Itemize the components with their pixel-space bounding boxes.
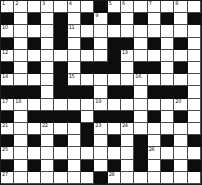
cell-r11-c9[interactable]: [108, 123, 121, 135]
clue-number-9: 9: [95, 13, 98, 18]
cell-r7-c4[interactable]: [41, 74, 54, 86]
cell-r1-c7[interactable]: [81, 1, 94, 13]
cell-r6-c2[interactable]: [14, 62, 27, 74]
cell-r3-c6[interactable]: 11: [68, 25, 81, 37]
cell-r4-c6[interactable]: [68, 38, 81, 50]
cell-r2-c2[interactable]: [14, 13, 27, 25]
cell-r13-c3[interactable]: [28, 147, 41, 159]
block-r10-c9: [108, 111, 121, 123]
block-r8-c3: [28, 86, 41, 98]
clue-number-23: 23: [95, 123, 101, 128]
cell-r9-c7[interactable]: [81, 99, 94, 111]
cell-r3-c2[interactable]: [14, 25, 27, 37]
cell-r15-c6[interactable]: [68, 172, 81, 184]
cell-r5-c4[interactable]: [41, 50, 54, 62]
cell-r3-c12[interactable]: [148, 25, 161, 37]
block-r5-c9: [108, 50, 121, 62]
cell-r7-c13[interactable]: [161, 74, 174, 86]
cell-r13-c7[interactable]: [81, 147, 94, 159]
cell-r11-c11[interactable]: [134, 123, 147, 135]
clue-number-8: 8: [175, 1, 178, 6]
cell-r12-c2[interactable]: [14, 135, 27, 147]
cell-r5-c5[interactable]: [54, 50, 67, 62]
block-r8-c7: [81, 86, 94, 98]
cell-r15-c9[interactable]: 28: [108, 172, 121, 184]
clue-number-5: 5: [109, 1, 112, 6]
block-r2-c11: [134, 13, 147, 25]
cell-r13-c15[interactable]: [188, 147, 201, 159]
cell-r4-c15[interactable]: [188, 38, 201, 50]
block-r4-c7: [81, 38, 94, 50]
clue-number-26: 26: [149, 147, 155, 152]
cell-r1-c1[interactable]: 1: [1, 1, 14, 13]
cell-r7-c7[interactable]: [81, 74, 94, 86]
block-r8-c12: [148, 86, 161, 98]
block-r12-c7: [81, 135, 94, 147]
clue-number-11: 11: [69, 25, 75, 30]
block-r10-c12: [148, 111, 161, 123]
block-r8-c10: [121, 86, 134, 98]
cell-r12-c6[interactable]: [68, 135, 81, 147]
cell-r13-c13[interactable]: [161, 147, 174, 159]
cell-r8-c11[interactable]: [134, 86, 147, 98]
cell-r5-c11[interactable]: [134, 50, 147, 62]
block-r10-c14: [174, 111, 187, 123]
block-r6-c5: [54, 62, 67, 74]
cell-r1-c14[interactable]: 8: [174, 1, 187, 13]
cell-r15-c7[interactable]: [81, 172, 94, 184]
cell-r1-c13[interactable]: [161, 1, 174, 13]
crossword-puzzle: 1234567891011121314151617181920212223242…: [0, 0, 202, 185]
cell-r8-c4[interactable]: [41, 86, 54, 98]
cell-r5-c12[interactable]: [148, 50, 161, 62]
cell-r13-c8[interactable]: [94, 147, 107, 159]
cell-r5-c15[interactable]: [188, 50, 201, 62]
cell-r3-c13[interactable]: [161, 25, 174, 37]
cell-r11-c12[interactable]: [148, 123, 161, 135]
block-r4-c10: [121, 38, 134, 50]
cell-r5-c14[interactable]: [174, 50, 187, 62]
cell-r14-c12[interactable]: [148, 160, 161, 172]
block-r11-c7: [81, 123, 94, 135]
block-r2-c13: [161, 13, 174, 25]
block-r12-c3: [28, 135, 41, 147]
block-r8-c5: [54, 86, 67, 98]
clue-number-2: 2: [15, 1, 18, 6]
cell-r2-c10[interactable]: [121, 13, 134, 25]
block-r6-c8: [94, 62, 107, 74]
block-r15-c8: [94, 172, 107, 184]
block-r8-c14: [174, 86, 187, 98]
block-r2-c7: [81, 13, 94, 25]
cell-r15-c5[interactable]: [54, 172, 67, 184]
cell-r11-c15[interactable]: [188, 123, 201, 135]
cell-r9-c9[interactable]: [108, 99, 121, 111]
cell-r11-c2[interactable]: [14, 123, 27, 135]
cell-r8-c8[interactable]: [94, 86, 107, 98]
cell-r2-c4[interactable]: [41, 13, 54, 25]
block-r2-c15: [188, 13, 201, 25]
cell-r6-c13[interactable]: [161, 62, 174, 74]
cell-r11-c8[interactable]: 23: [94, 123, 107, 135]
clue-number-16: 16: [135, 74, 141, 79]
cell-r9-c1[interactable]: 17: [1, 99, 14, 111]
cell-r3-c3[interactable]: [28, 25, 41, 37]
clue-number-24: 24: [122, 123, 128, 128]
cell-r14-c14[interactable]: [174, 160, 187, 172]
block-r8-c2: [14, 86, 27, 98]
cell-r1-c2[interactable]: 2: [14, 1, 27, 13]
block-r2-c5: [54, 13, 67, 25]
cell-r9-c12[interactable]: [148, 99, 161, 111]
cell-r3-c11[interactable]: [134, 25, 147, 37]
cell-r14-c8[interactable]: [94, 160, 107, 172]
cell-r11-c4[interactable]: 22: [41, 123, 54, 135]
clue-number-13: 13: [122, 50, 128, 55]
cell-r14-c6[interactable]: [68, 160, 81, 172]
cell-r2-c14[interactable]: [174, 13, 187, 25]
cell-r3-c1[interactable]: 10: [1, 25, 14, 37]
cell-r15-c1[interactable]: 27: [1, 172, 14, 184]
cell-r7-c15[interactable]: [188, 74, 201, 86]
cell-r7-c12[interactable]: [148, 74, 161, 86]
cell-r13-c1[interactable]: 25: [1, 147, 14, 159]
block-r6-c12: [148, 62, 161, 74]
cell-r1-c11[interactable]: [134, 1, 147, 13]
block-r13-c11: [134, 147, 147, 159]
cell-r2-c12[interactable]: [148, 13, 161, 25]
cell-r1-c15[interactable]: [188, 1, 201, 13]
cell-r6-c10[interactable]: [121, 62, 134, 74]
cell-r5-c10[interactable]: 13: [121, 50, 134, 62]
crossword-grid: 1234567891011121314151617181920212223242…: [0, 0, 202, 185]
clue-number-20: 20: [175, 99, 181, 104]
cell-r11-c5[interactable]: [54, 123, 67, 135]
clue-number-17: 17: [2, 99, 8, 104]
block-r4-c5: [54, 38, 67, 50]
cell-r12-c8[interactable]: [94, 135, 107, 147]
cell-r10-c13[interactable]: [161, 111, 174, 123]
cell-r9-c4[interactable]: [41, 99, 54, 111]
cell-r2-c8[interactable]: 9: [94, 13, 107, 25]
block-r10-c6: [68, 111, 81, 123]
block-r14-c11: [134, 160, 147, 172]
clue-number-25: 25: [2, 147, 8, 152]
cell-r11-c6[interactable]: [68, 123, 81, 135]
block-r14-c3: [28, 160, 41, 172]
cell-r14-c2[interactable]: [14, 160, 27, 172]
block-r14-c5: [54, 160, 67, 172]
block-r12-c11: [134, 135, 147, 147]
clue-number-27: 27: [2, 172, 8, 177]
cell-r6-c4[interactable]: [41, 62, 54, 74]
block-r10-c3: [28, 111, 41, 123]
cell-r13-c10[interactable]: [121, 147, 134, 159]
cell-r5-c2[interactable]: [14, 50, 27, 62]
cell-r1-c3[interactable]: [28, 1, 41, 13]
cell-r15-c4[interactable]: [41, 172, 54, 184]
cell-r9-c6[interactable]: [68, 99, 81, 111]
cell-r10-c15[interactable]: [188, 111, 201, 123]
cell-r11-c1[interactable]: 21: [1, 123, 14, 135]
clue-number-19: 19: [95, 99, 101, 104]
cell-r7-c14[interactable]: [174, 74, 187, 86]
block-r14-c7: [81, 160, 94, 172]
block-r4-c14: [174, 38, 187, 50]
cell-r15-c10[interactable]: [121, 172, 134, 184]
cell-r1-c6[interactable]: 4: [68, 1, 81, 13]
clue-number-3: 3: [42, 1, 45, 6]
cell-r1-c5[interactable]: [54, 1, 67, 13]
cell-r12-c10[interactable]: [121, 135, 134, 147]
block-r4-c3: [28, 38, 41, 50]
cell-r10-c2[interactable]: [14, 111, 27, 123]
cell-r9-c2[interactable]: 18: [14, 99, 27, 111]
cell-r5-c13[interactable]: [161, 50, 174, 62]
cell-r3-c15[interactable]: [188, 25, 201, 37]
block-r6-c3: [28, 62, 41, 74]
clue-number-12: 12: [2, 50, 8, 55]
block-r12-c13: [161, 135, 174, 147]
cell-r9-c8[interactable]: 19: [94, 99, 107, 111]
block-r8-c6: [68, 86, 81, 98]
cell-r15-c11[interactable]: [134, 172, 147, 184]
cell-r12-c4[interactable]: [41, 135, 54, 147]
cell-r15-c12[interactable]: [148, 172, 161, 184]
block-r4-c1: [1, 38, 14, 50]
cell-r10-c11[interactable]: [134, 111, 147, 123]
clue-number-15: 15: [69, 74, 75, 79]
cell-r11-c10[interactable]: 24: [121, 123, 134, 135]
clue-number-7: 7: [149, 1, 152, 6]
block-r12-c9: [108, 135, 121, 147]
cell-r5-c8[interactable]: [94, 50, 107, 62]
cell-r1-c10[interactable]: 6: [121, 1, 134, 13]
cell-r3-c14[interactable]: [174, 25, 187, 37]
block-r6-c14: [174, 62, 187, 74]
cell-r3-c7[interactable]: [81, 25, 94, 37]
block-r14-c15: [188, 160, 201, 172]
cell-r13-c4[interactable]: [41, 147, 54, 159]
cell-r15-c2[interactable]: [14, 172, 27, 184]
cell-r4-c8[interactable]: [94, 38, 107, 50]
cell-r7-c10[interactable]: [121, 74, 134, 86]
block-r8-c9: [108, 86, 121, 98]
cell-r13-c9[interactable]: [108, 147, 121, 159]
cell-r11-c3[interactable]: [28, 123, 41, 135]
clue-number-4: 4: [69, 1, 72, 6]
cell-r7-c9[interactable]: [108, 74, 121, 86]
cell-r6-c15[interactable]: [188, 62, 201, 74]
clue-number-22: 22: [42, 123, 48, 128]
block-r4-c12: [148, 38, 161, 50]
clue-number-28: 28: [109, 172, 115, 177]
cell-r9-c10[interactable]: [121, 99, 134, 111]
cell-r9-c15[interactable]: [188, 99, 201, 111]
cell-r4-c4[interactable]: [41, 38, 54, 50]
cell-r13-c5[interactable]: [54, 147, 67, 159]
clue-number-21: 21: [2, 123, 8, 128]
cell-r9-c3[interactable]: [28, 99, 41, 111]
cell-r9-c14[interactable]: 20: [174, 99, 187, 111]
cell-r1-c9[interactable]: 5: [108, 1, 121, 13]
cell-r9-c11[interactable]: [134, 99, 147, 111]
cell-r5-c7[interactable]: [81, 50, 94, 62]
cell-r13-c2[interactable]: [14, 147, 27, 159]
cell-r1-c4[interactable]: 3: [41, 1, 54, 13]
block-r14-c1: [1, 160, 14, 172]
cell-r11-c13[interactable]: [161, 123, 174, 135]
cell-r3-c10[interactable]: [121, 25, 134, 37]
block-r6-c9: [108, 62, 121, 74]
cell-r8-c15[interactable]: [188, 86, 201, 98]
block-r3-c5: [54, 25, 67, 37]
clue-number-18: 18: [15, 99, 21, 104]
cell-r3-c4[interactable]: [41, 25, 54, 37]
cell-r4-c2[interactable]: [14, 38, 27, 50]
block-r12-c15: [188, 135, 201, 147]
cell-r15-c3[interactable]: [28, 172, 41, 184]
cell-r7-c3[interactable]: [28, 74, 41, 86]
block-r7-c5: [54, 74, 67, 86]
cell-r10-c7[interactable]: [81, 111, 94, 123]
block-r8-c1: [1, 86, 14, 98]
block-r6-c7: [81, 62, 94, 74]
cell-r1-c12[interactable]: 7: [148, 1, 161, 13]
block-r12-c5: [54, 135, 67, 147]
cell-r9-c13[interactable]: [161, 99, 174, 111]
cell-r15-c15[interactable]: [188, 172, 201, 184]
cell-r4-c13[interactable]: [161, 38, 174, 50]
block-r4-c9: [108, 38, 121, 50]
cell-r12-c14[interactable]: [174, 135, 187, 147]
cell-r7-c6[interactable]: 15: [68, 74, 81, 86]
cell-r5-c3[interactable]: [28, 50, 41, 62]
cell-r7-c11[interactable]: 16: [134, 74, 147, 86]
cell-r7-c1[interactable]: 14: [1, 74, 14, 86]
cell-r13-c14[interactable]: [174, 147, 187, 159]
cell-r7-c8[interactable]: [94, 74, 107, 86]
clue-number-10: 10: [2, 25, 8, 30]
cell-r3-c9[interactable]: [108, 25, 121, 37]
block-r2-c3: [28, 13, 41, 25]
cell-r13-c6[interactable]: [68, 147, 81, 159]
block-r14-c9: [108, 160, 121, 172]
block-r10-c5: [54, 111, 67, 123]
clue-number-6: 6: [122, 1, 125, 6]
cell-r13-c12[interactable]: 26: [148, 147, 161, 159]
clue-number-1: 1: [2, 1, 5, 6]
cell-r14-c4[interactable]: [41, 160, 54, 172]
cell-r3-c8[interactable]: [94, 25, 107, 37]
cell-r15-c13[interactable]: [161, 172, 174, 184]
cell-r5-c1[interactable]: 12: [1, 50, 14, 62]
cell-r5-c6[interactable]: [68, 50, 81, 62]
clue-number-14: 14: [2, 74, 8, 79]
cell-r9-c5[interactable]: [54, 99, 67, 111]
cell-r4-c11[interactable]: [134, 38, 147, 50]
block-r8-c13: [161, 86, 174, 98]
block-r14-c13: [161, 160, 174, 172]
block-r2-c9: [108, 13, 121, 25]
cell-r11-c14[interactable]: [174, 123, 187, 135]
cell-r14-c10[interactable]: [121, 160, 134, 172]
cell-r15-c14[interactable]: [174, 172, 187, 184]
cell-r7-c2[interactable]: [14, 74, 27, 86]
